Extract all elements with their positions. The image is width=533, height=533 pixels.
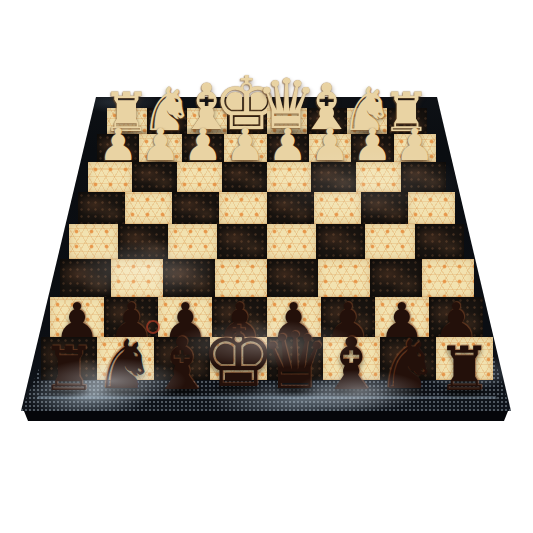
square-h2[interactable]: ♟ [97, 134, 139, 162]
piece-black-rook-a8[interactable]: ♜ [437, 340, 492, 398]
square-d5[interactable] [267, 224, 316, 259]
board-rank-4 [78, 192, 455, 224]
piece-white-pawn-g2[interactable]: ♟ [141, 124, 180, 166]
square-a3[interactable] [401, 162, 446, 192]
piece-black-rook-h8[interactable]: ♜ [41, 340, 96, 398]
square-c8[interactable]: ♝ [323, 337, 380, 380]
square-g8[interactable]: ♞ [97, 337, 154, 380]
square-h5[interactable] [69, 224, 118, 259]
square-d4[interactable] [267, 192, 314, 224]
square-h4[interactable] [78, 192, 125, 224]
square-d8[interactable]: ♛ [267, 337, 324, 380]
piece-white-pawn-h2[interactable]: ♟ [98, 124, 137, 166]
chessboard-photo: ♜♞♝♚♛♝♞♜♟♟♟♟♟♟♟♟♟♟♟♟♟♟♟♟♜♞♝♚♛♝♞♜ [0, 0, 533, 533]
square-b4[interactable] [361, 192, 408, 224]
board-rows: ♜♞♝♚♛♝♞♜♟♟♟♟♟♟♟♟♟♟♟♟♟♟♟♟♜♞♝♚♛♝♞♜ [0, 108, 533, 380]
square-a4[interactable] [408, 192, 455, 224]
square-e3[interactable] [222, 162, 267, 192]
square-b5[interactable] [365, 224, 414, 259]
piece-white-pawn-c2[interactable]: ♟ [310, 124, 349, 166]
square-c3[interactable] [311, 162, 356, 192]
board-rank-5 [69, 224, 464, 259]
square-g4[interactable] [125, 192, 172, 224]
square-f2[interactable]: ♟ [182, 134, 224, 162]
square-e2[interactable]: ♟ [224, 134, 266, 162]
square-a2[interactable]: ♟ [394, 134, 436, 162]
piece-white-pawn-d2[interactable]: ♟ [268, 124, 307, 166]
board-rank-8: ♜♞♝♚♛♝♞♜ [41, 337, 493, 380]
square-b2[interactable]: ♟ [351, 134, 393, 162]
square-g5[interactable] [118, 224, 167, 259]
square-f4[interactable] [172, 192, 219, 224]
square-b8[interactable]: ♞ [380, 337, 437, 380]
square-d3[interactable] [267, 162, 312, 192]
board-rank-3 [88, 162, 446, 192]
square-a8[interactable]: ♜ [436, 337, 493, 380]
square-g2[interactable]: ♟ [139, 134, 181, 162]
board-rank-2: ♟♟♟♟♟♟♟♟ [97, 134, 436, 162]
piece-white-pawn-e2[interactable]: ♟ [226, 124, 265, 166]
square-h3[interactable] [88, 162, 133, 192]
square-e5[interactable] [217, 224, 266, 259]
piece-white-pawn-b2[interactable]: ♟ [353, 124, 392, 166]
square-c2[interactable]: ♟ [309, 134, 351, 162]
piece-white-pawn-a2[interactable]: ♟ [395, 124, 434, 166]
maker-stamp-icon [146, 320, 160, 334]
piece-black-knight-b8[interactable]: ♞ [377, 333, 438, 398]
square-e8[interactable]: ♚ [210, 337, 267, 380]
square-c5[interactable] [316, 224, 365, 259]
square-f3[interactable] [177, 162, 222, 192]
square-c4[interactable] [314, 192, 361, 224]
piece-black-bishop-c8[interactable]: ♝ [319, 330, 384, 398]
square-b3[interactable] [356, 162, 401, 192]
square-g3[interactable] [132, 162, 177, 192]
square-f5[interactable] [168, 224, 217, 259]
square-e4[interactable] [219, 192, 266, 224]
piece-white-pawn-f2[interactable]: ♟ [183, 124, 222, 166]
square-d2[interactable]: ♟ [267, 134, 309, 162]
square-a5[interactable] [415, 224, 464, 259]
square-h8[interactable]: ♜ [41, 337, 98, 380]
piece-black-knight-g8[interactable]: ♞ [95, 333, 156, 398]
